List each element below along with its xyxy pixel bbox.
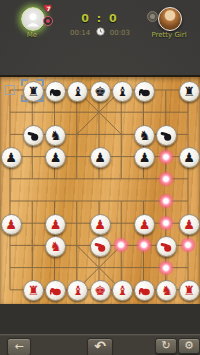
board[interactable]: ♜♝♚♝♜♞♞♟♟♟♟♟♟♟♟♟♟♞♜♝♚♝♞♜ [0,75,200,308]
piece-red-chariot-b10[interactable]: ♜ [23,280,44,301]
move-origin-marker [5,85,15,95]
piece-red-cannon-e8[interactable] [90,236,111,257]
move-target-dot[interactable] [158,260,174,276]
piece-red-pawn-e7[interactable]: ♟ [90,214,111,235]
move-target-dot[interactable] [158,171,174,187]
move-target-dot[interactable] [113,237,129,253]
move-target-dot[interactable] [180,237,196,253]
piece-black-advisor-d1[interactable]: ♝ [67,81,88,102]
rank-badge [147,11,158,22]
settings-button[interactable]: ⚙ [178,338,200,354]
undo-icon: ↶ [94,338,106,354]
gear-icon: ⚙ [184,339,194,352]
piece-red-advisor-f10[interactable]: ♝ [112,280,133,301]
score-left: 0 [81,12,91,25]
back-button[interactable]: ← [7,338,31,355]
piece-black-pawn-i4[interactable]: ♟ [179,147,200,168]
piece-black-pawn-a4[interactable]: ♟ [1,147,22,168]
piece-black-chariot-b1[interactable]: ♜ [23,81,44,102]
piece-black-cannon-h3[interactable] [156,125,177,146]
piece-black-horse-c3[interactable]: ♞ [45,125,66,146]
move-target-dot[interactable] [158,193,174,209]
xiangqi-app: ♥ 7 Me 0 : 0 00:14 00:03 Pretty Girl ♜♝♚… [0,0,200,355]
piece-red-chariot-i10[interactable]: ♜ [179,280,200,301]
move-target-dot[interactable] [158,215,174,231]
score-right: 0 [109,12,119,25]
timer-opponent: 00:03 [110,29,130,37]
piece-red-pawn-c7[interactable]: ♟ [45,214,66,235]
piece-red-cannon-h8[interactable] [156,236,177,257]
piece-black-elephant-c1[interactable] [45,81,66,102]
piece-red-king-e10[interactable]: ♚ [90,280,111,301]
refresh-icon: ↻ [161,339,170,352]
piece-black-horse-g3[interactable]: ♞ [134,125,155,146]
piece-red-pawn-i7[interactable]: ♟ [179,214,200,235]
toolbar: ← ↶ ↻ ⚙ [0,334,200,355]
player-name-opponent: Pretty Girl [147,31,191,39]
timer-me: 00:14 [70,29,90,37]
piece-black-cannon-b3[interactable] [23,125,44,146]
top-bar: ♥ 7 Me 0 : 0 00:14 00:03 Pretty Girl [0,0,200,44]
piece-red-pawn-a7[interactable]: ♟ [1,214,22,235]
back-icon: ← [14,340,23,353]
piece-red-horse-c8[interactable]: ♞ [45,236,66,257]
bottom-gap [0,304,200,334]
move-target-dot[interactable] [158,149,174,165]
heart-count: 7 [47,5,51,12]
piece-black-pawn-e4[interactable]: ♟ [90,147,111,168]
clock-icon [96,27,105,38]
refresh-button[interactable]: ↻ [155,338,177,354]
undo-button[interactable]: ↶ [87,338,113,355]
piece-black-king-e1[interactable]: ♚ [90,81,111,102]
piece-black-chariot-i1[interactable]: ♜ [179,81,200,102]
piece-black-pawn-g4[interactable]: ♟ [134,147,155,168]
avatar-opponent[interactable] [158,7,182,31]
piece-red-pawn-g7[interactable]: ♟ [134,214,155,235]
piece-black-pawn-c4[interactable]: ♟ [45,147,66,168]
piece-black-elephant-g1[interactable] [134,81,155,102]
piece-black-advisor-f1[interactable]: ♝ [112,81,133,102]
score-separator: : [97,12,103,25]
move-target-dot[interactable] [136,237,152,253]
